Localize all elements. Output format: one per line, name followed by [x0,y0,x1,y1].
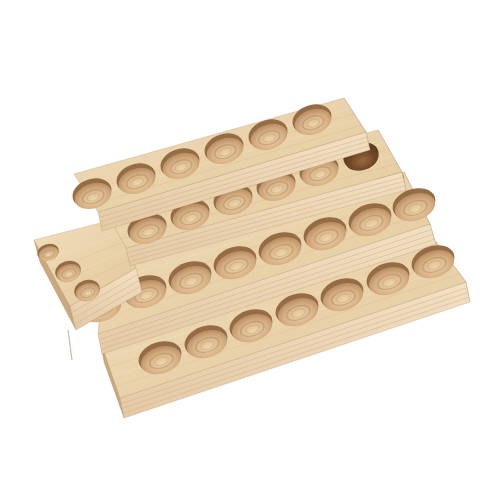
board-seam-line [68,330,72,360]
wooden-tiered-rack-photo [0,0,500,500]
product-photo-canvas [0,0,500,500]
